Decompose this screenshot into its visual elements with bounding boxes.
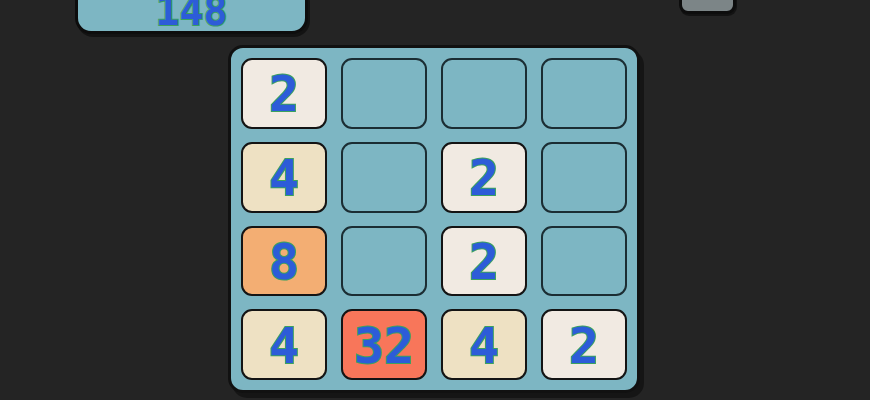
tile-8: 8	[241, 226, 327, 297]
empty-cell	[541, 58, 627, 129]
tile-2: 2	[441, 142, 527, 213]
menu-button[interactable]	[679, 0, 736, 14]
tile-2: 2	[241, 58, 327, 129]
score-value: 148	[155, 0, 227, 31]
empty-cell	[541, 226, 627, 297]
empty-cell	[441, 58, 527, 129]
tile-4: 4	[241, 142, 327, 213]
empty-cell	[341, 142, 427, 213]
tile-4: 4	[441, 309, 527, 380]
empty-cell	[341, 58, 427, 129]
tile-2: 2	[541, 309, 627, 380]
board-2048[interactable]: 2428243242	[228, 45, 640, 393]
tile-32: 32	[341, 309, 427, 380]
tile-2: 2	[441, 226, 527, 297]
score-display: 148	[75, 0, 308, 34]
empty-cell	[541, 142, 627, 213]
empty-cell	[341, 226, 427, 297]
tile-4: 4	[241, 309, 327, 380]
